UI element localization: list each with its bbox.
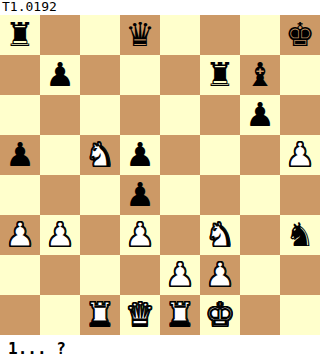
square-f6[interactable]	[200, 95, 240, 135]
white-knight: ♞	[80, 135, 120, 175]
white-pawn: ♟	[0, 215, 40, 255]
square-b6[interactable]	[40, 95, 80, 135]
square-g8[interactable]	[240, 15, 280, 55]
square-a5[interactable]: ♟	[0, 135, 40, 175]
black-bishop: ♝	[240, 55, 280, 95]
square-c6[interactable]	[80, 95, 120, 135]
black-rook: ♜	[0, 15, 40, 55]
square-d7[interactable]	[120, 55, 160, 95]
square-a6[interactable]	[0, 95, 40, 135]
square-f1[interactable]: ♚	[200, 295, 240, 335]
square-d6[interactable]	[120, 95, 160, 135]
black-pawn: ♟	[0, 135, 40, 175]
square-e8[interactable]	[160, 15, 200, 55]
puzzle-id: T1.0192	[0, 0, 320, 15]
white-king: ♚	[200, 295, 240, 335]
square-d2[interactable]	[120, 255, 160, 295]
square-b8[interactable]	[40, 15, 80, 55]
square-c3[interactable]	[80, 215, 120, 255]
square-c7[interactable]	[80, 55, 120, 95]
square-c8[interactable]	[80, 15, 120, 55]
square-f2[interactable]: ♟	[200, 255, 240, 295]
black-knight: ♞	[280, 215, 320, 255]
chess-board: ♜♛♚♟♜♝♟♟♞♟♟♟♟♟♟♞♞♟♟♜♛♜♚	[0, 15, 320, 335]
white-pawn: ♟	[200, 255, 240, 295]
square-d5[interactable]: ♟	[120, 135, 160, 175]
square-h6[interactable]	[280, 95, 320, 135]
square-c1[interactable]: ♜	[80, 295, 120, 335]
white-rook: ♜	[80, 295, 120, 335]
square-a8[interactable]: ♜	[0, 15, 40, 55]
square-e5[interactable]	[160, 135, 200, 175]
square-b2[interactable]	[40, 255, 80, 295]
square-b5[interactable]	[40, 135, 80, 175]
square-b3[interactable]: ♟	[40, 215, 80, 255]
square-a7[interactable]	[0, 55, 40, 95]
white-queen: ♛	[120, 295, 160, 335]
square-a1[interactable]	[0, 295, 40, 335]
square-a3[interactable]: ♟	[0, 215, 40, 255]
square-e1[interactable]: ♜	[160, 295, 200, 335]
square-d8[interactable]: ♛	[120, 15, 160, 55]
square-f4[interactable]	[200, 175, 240, 215]
square-f8[interactable]	[200, 15, 240, 55]
square-f3[interactable]: ♞	[200, 215, 240, 255]
square-g2[interactable]	[240, 255, 280, 295]
square-e3[interactable]	[160, 215, 200, 255]
white-pawn: ♟	[160, 255, 200, 295]
square-a4[interactable]	[0, 175, 40, 215]
square-a2[interactable]	[0, 255, 40, 295]
white-rook: ♜	[160, 295, 200, 335]
square-e2[interactable]: ♟	[160, 255, 200, 295]
square-g6[interactable]: ♟	[240, 95, 280, 135]
square-e7[interactable]	[160, 55, 200, 95]
black-rook: ♜	[200, 55, 240, 95]
square-c2[interactable]	[80, 255, 120, 295]
square-e4[interactable]	[160, 175, 200, 215]
square-b4[interactable]	[40, 175, 80, 215]
square-h2[interactable]	[280, 255, 320, 295]
white-pawn: ♟	[120, 215, 160, 255]
square-e6[interactable]	[160, 95, 200, 135]
square-c4[interactable]	[80, 175, 120, 215]
square-f7[interactable]: ♜	[200, 55, 240, 95]
square-b1[interactable]	[40, 295, 80, 335]
square-h5[interactable]: ♟	[280, 135, 320, 175]
square-d1[interactable]: ♛	[120, 295, 160, 335]
black-pawn: ♟	[120, 135, 160, 175]
square-d3[interactable]: ♟	[120, 215, 160, 255]
square-d4[interactable]: ♟	[120, 175, 160, 215]
square-g3[interactable]	[240, 215, 280, 255]
square-h7[interactable]	[280, 55, 320, 95]
square-h8[interactable]: ♚	[280, 15, 320, 55]
square-h4[interactable]	[280, 175, 320, 215]
white-pawn: ♟	[40, 215, 80, 255]
black-pawn: ♟	[120, 175, 160, 215]
square-g5[interactable]	[240, 135, 280, 175]
black-queen: ♛	[120, 15, 160, 55]
square-g1[interactable]	[240, 295, 280, 335]
square-f5[interactable]	[200, 135, 240, 175]
move-prompt: 1... ?	[0, 335, 320, 360]
black-pawn: ♟	[40, 55, 80, 95]
square-g4[interactable]	[240, 175, 280, 215]
black-pawn: ♟	[240, 95, 280, 135]
square-h3[interactable]: ♞	[280, 215, 320, 255]
white-knight: ♞	[200, 215, 240, 255]
black-king: ♚	[280, 15, 320, 55]
square-b7[interactable]: ♟	[40, 55, 80, 95]
white-pawn: ♟	[280, 135, 320, 175]
square-g7[interactable]: ♝	[240, 55, 280, 95]
square-h1[interactable]	[280, 295, 320, 335]
square-c5[interactable]: ♞	[80, 135, 120, 175]
